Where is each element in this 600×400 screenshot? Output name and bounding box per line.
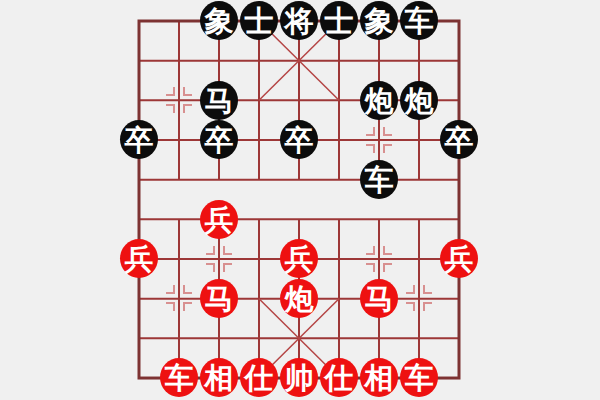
piece-black-soldier[interactable]: 卒 bbox=[280, 120, 318, 159]
piece-red-general[interactable]: 帅 bbox=[280, 358, 318, 397]
piece-glyph: 车 bbox=[405, 364, 434, 393]
piece-black-general[interactable]: 将 bbox=[280, 1, 318, 40]
piece-glyph: 炮 bbox=[365, 87, 394, 116]
piece-red-advisor[interactable]: 仕 bbox=[320, 358, 358, 397]
piece-glyph: 兵 bbox=[285, 245, 314, 274]
piece-glyph: 卒 bbox=[125, 126, 154, 155]
piece-glyph: 马 bbox=[205, 285, 234, 314]
piece-glyph: 兵 bbox=[445, 245, 474, 274]
piece-red-soldier[interactable]: 兵 bbox=[440, 239, 478, 278]
xiangqi-board: 象士将士象车马炮炮卒卒卒卒车兵兵兵兵马炮马车相仕帅仕相车 bbox=[119, 1, 479, 398]
piece-black-soldier[interactable]: 卒 bbox=[200, 120, 238, 159]
piece-black-advisor[interactable]: 士 bbox=[240, 1, 278, 40]
piece-glyph: 车 bbox=[165, 364, 194, 393]
xiangqi-app: 象士将士象车马炮炮卒卒卒卒车兵兵兵兵马炮马车相仕帅仕相车 bbox=[0, 0, 600, 400]
piece-glyph: 卒 bbox=[205, 126, 234, 155]
point-marker bbox=[359, 120, 399, 160]
piece-glyph: 士 bbox=[325, 7, 354, 36]
piece-glyph: 相 bbox=[365, 364, 394, 393]
piece-glyph: 车 bbox=[405, 7, 434, 36]
piece-glyph: 相 bbox=[205, 364, 234, 393]
point-marker bbox=[159, 279, 199, 319]
piece-red-elephant[interactable]: 相 bbox=[200, 358, 238, 397]
piece-black-soldier[interactable]: 卒 bbox=[120, 120, 158, 159]
piece-black-cannon[interactable]: 炮 bbox=[360, 81, 398, 120]
piece-red-elephant[interactable]: 相 bbox=[360, 358, 398, 397]
piece-glyph: 士 bbox=[245, 7, 274, 36]
piece-red-chariot[interactable]: 车 bbox=[160, 358, 198, 397]
piece-glyph: 车 bbox=[365, 166, 394, 195]
piece-black-elephant[interactable]: 象 bbox=[200, 1, 238, 40]
point-marker bbox=[359, 239, 399, 279]
piece-black-chariot[interactable]: 车 bbox=[360, 160, 398, 199]
point-marker bbox=[159, 80, 199, 120]
piece-red-cannon[interactable]: 炮 bbox=[280, 279, 318, 318]
piece-glyph: 马 bbox=[205, 87, 234, 116]
piece-black-soldier[interactable]: 卒 bbox=[440, 120, 478, 159]
piece-glyph: 炮 bbox=[405, 87, 434, 116]
piece-black-elephant[interactable]: 象 bbox=[360, 1, 398, 40]
piece-red-horse[interactable]: 马 bbox=[360, 279, 398, 318]
piece-glyph: 仕 bbox=[245, 364, 274, 393]
piece-glyph: 帅 bbox=[285, 364, 314, 393]
piece-glyph: 将 bbox=[285, 7, 314, 36]
piece-glyph: 象 bbox=[365, 7, 394, 36]
piece-black-advisor[interactable]: 士 bbox=[320, 1, 358, 40]
point-marker bbox=[399, 279, 439, 319]
piece-glyph: 马 bbox=[365, 285, 394, 314]
piece-black-chariot[interactable]: 车 bbox=[400, 1, 438, 40]
piece-black-cannon[interactable]: 炮 bbox=[400, 81, 438, 120]
point-marker bbox=[199, 239, 239, 279]
piece-glyph: 兵 bbox=[125, 245, 154, 274]
piece-glyph: 炮 bbox=[285, 285, 314, 314]
piece-glyph: 卒 bbox=[285, 126, 314, 155]
piece-red-soldier[interactable]: 兵 bbox=[120, 239, 158, 278]
piece-glyph: 兵 bbox=[205, 206, 234, 235]
piece-red-chariot[interactable]: 车 bbox=[400, 358, 438, 397]
piece-glyph: 卒 bbox=[445, 126, 474, 155]
piece-glyph: 仕 bbox=[325, 364, 354, 393]
piece-glyph: 象 bbox=[205, 7, 234, 36]
piece-red-horse[interactable]: 马 bbox=[200, 279, 238, 318]
piece-red-advisor[interactable]: 仕 bbox=[240, 358, 278, 397]
piece-red-soldier[interactable]: 兵 bbox=[280, 239, 318, 278]
piece-red-soldier[interactable]: 兵 bbox=[200, 200, 238, 239]
piece-black-horse[interactable]: 马 bbox=[200, 81, 238, 120]
